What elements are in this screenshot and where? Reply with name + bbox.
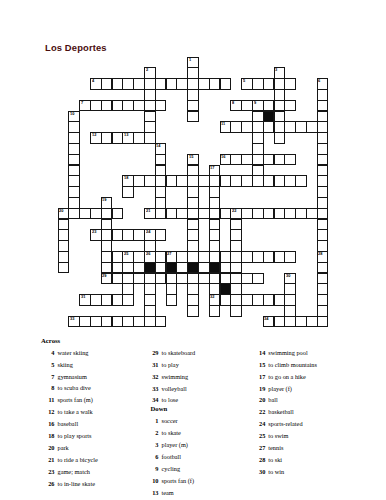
clue-text: basketball bbox=[268, 408, 294, 415]
clue-text: to play bbox=[162, 361, 179, 368]
clue-number: 16 bbox=[41, 420, 58, 429]
clue-number: 33 bbox=[148, 385, 162, 394]
puzzle-title: Los Deportes bbox=[45, 42, 107, 53]
clue-line: 31to play bbox=[148, 358, 195, 370]
cell-number: 9 bbox=[254, 101, 256, 105]
clue-line: 16baseball bbox=[41, 417, 98, 429]
grid-cell bbox=[122, 294, 134, 306]
clue-number: 1 bbox=[148, 417, 162, 426]
grid-cell bbox=[155, 316, 167, 328]
clue-text: to ride a bicycle bbox=[58, 456, 98, 463]
grid-cell bbox=[58, 262, 70, 274]
clue-line: 11sports fan (m) bbox=[41, 393, 98, 405]
cell-number: 2 bbox=[146, 68, 148, 72]
cell-number: 11 bbox=[221, 122, 225, 126]
clue-line: 20ball bbox=[255, 393, 317, 405]
clue-text: to climb mountains bbox=[268, 361, 317, 368]
grid-cell bbox=[284, 154, 296, 166]
cell-number: 16 bbox=[221, 155, 225, 159]
clue-number: 31 bbox=[148, 361, 162, 370]
clue-number: 25 bbox=[255, 432, 269, 441]
clue-number: 28 bbox=[255, 456, 269, 465]
clue-number: 24 bbox=[255, 420, 269, 429]
clue-number: 3 bbox=[148, 441, 162, 450]
clue-text: swimming bbox=[162, 373, 189, 380]
cell-number: 8 bbox=[232, 101, 234, 105]
clue-line: 23game; match bbox=[41, 465, 98, 477]
cell-number: 1 bbox=[189, 58, 191, 62]
grid-cell bbox=[317, 316, 329, 328]
clue-line: 9cycling bbox=[148, 462, 195, 474]
cell-number: 20 bbox=[59, 209, 63, 213]
clue-number: 18 bbox=[41, 432, 58, 441]
down-clue-list-continued: 14swimming pool15to climb mountains17to … bbox=[255, 346, 317, 478]
worksheet-page: Los Deportes 123456789101112131415161718… bbox=[0, 0, 386, 500]
clue-line: 12to take a walk bbox=[41, 405, 98, 417]
clue-text: to win bbox=[268, 468, 284, 475]
clue-number: 23 bbox=[41, 468, 58, 477]
cell-number: 21 bbox=[146, 209, 150, 213]
cell-number: 5 bbox=[243, 79, 245, 83]
grid-cell bbox=[155, 229, 167, 241]
clue-text: to go on a hike bbox=[268, 373, 305, 380]
clue-line: 28to ski bbox=[255, 453, 317, 465]
clue-line: 25to swim bbox=[255, 429, 317, 441]
clue-column-down-continued: 14swimming pool15to climb mountains17to … bbox=[255, 346, 317, 478]
clue-text: swimming pool bbox=[268, 349, 307, 356]
clue-text: tennis bbox=[268, 444, 283, 451]
clue-text: sports fan (m) bbox=[58, 396, 93, 403]
cell-number: 22 bbox=[232, 209, 236, 213]
clue-number: 32 bbox=[148, 373, 162, 382]
clue-number: 30 bbox=[255, 468, 269, 477]
clue-line: 3player (m) bbox=[148, 438, 195, 450]
cell-number: 10 bbox=[70, 112, 74, 116]
clue-number: 29 bbox=[148, 349, 162, 358]
clue-number: 9 bbox=[148, 465, 162, 474]
clue-text: ball bbox=[268, 396, 277, 403]
grid-cell bbox=[155, 100, 167, 112]
across-clue-list: 4water skiing5skiing7gymnasium8to scuba … bbox=[41, 346, 98, 490]
clue-text: park bbox=[58, 444, 69, 451]
grid-cell bbox=[112, 208, 124, 220]
clue-line: 13team bbox=[148, 486, 195, 498]
cell-number: 34 bbox=[264, 317, 268, 321]
clue-line: 18to play sports bbox=[41, 429, 98, 441]
cell-number: 33 bbox=[70, 317, 74, 321]
clue-line: 8to scuba dive bbox=[41, 381, 98, 393]
clue-text: to skateboard bbox=[162, 349, 196, 356]
clue-number: 11 bbox=[41, 396, 58, 405]
clue-number: 19 bbox=[255, 385, 269, 394]
cell-number: 23 bbox=[92, 230, 96, 234]
clue-text: baseball bbox=[58, 420, 79, 427]
clue-column-across: Across 4water skiing5skiing7gymnasium8to… bbox=[41, 337, 98, 490]
clue-number: 2 bbox=[148, 429, 162, 438]
clue-line: 10sports fan (f) bbox=[148, 474, 195, 486]
grid-cell bbox=[230, 305, 242, 317]
cell-number: 12 bbox=[92, 133, 96, 137]
clue-text: game; match bbox=[58, 468, 90, 475]
clue-text: water skiing bbox=[58, 349, 89, 356]
clue-text: sports-related bbox=[268, 420, 302, 427]
clue-number: 27 bbox=[255, 444, 269, 453]
clue-text: player (f) bbox=[268, 385, 292, 392]
clue-line: 32swimming bbox=[148, 370, 195, 382]
clue-number: 5 bbox=[41, 361, 58, 370]
grid-cell bbox=[122, 186, 134, 198]
grid-cell bbox=[284, 78, 296, 90]
cell-number: 7 bbox=[81, 101, 83, 105]
clue-text: cycling bbox=[162, 465, 181, 472]
cell-number: 3 bbox=[275, 68, 277, 72]
clue-line: 34to lose bbox=[148, 393, 195, 405]
clue-number: 6 bbox=[148, 453, 162, 462]
clue-text: to skate bbox=[162, 429, 181, 436]
cell-number: 28 bbox=[318, 252, 322, 256]
clue-text: soccer bbox=[162, 417, 178, 424]
clue-line: 27tennis bbox=[255, 441, 317, 453]
cell-number: 18 bbox=[124, 176, 128, 180]
clue-text: to play sports bbox=[58, 432, 92, 439]
clue-text: football bbox=[162, 453, 182, 460]
grid-cell bbox=[209, 305, 221, 317]
grid-cell bbox=[252, 273, 264, 285]
clue-line: 20park bbox=[41, 441, 98, 453]
clue-line: 30to win bbox=[255, 465, 317, 477]
grid-cell bbox=[187, 305, 199, 317]
clue-text: to ski bbox=[268, 456, 282, 463]
clue-line: 1soccer bbox=[148, 414, 195, 426]
cell-number: 14 bbox=[156, 144, 160, 148]
clue-line: 15to climb mountains bbox=[255, 358, 317, 370]
clue-number: 15 bbox=[255, 361, 269, 370]
clue-line: 4water skiing bbox=[41, 346, 98, 358]
clue-text: volleyball bbox=[162, 385, 187, 392]
clue-text: to scuba dive bbox=[58, 384, 91, 391]
cell-number: 27 bbox=[167, 252, 171, 256]
clue-text: to swim bbox=[268, 432, 288, 439]
clue-line: 17to go on a hike bbox=[255, 370, 317, 382]
clue-line: 19player (f) bbox=[255, 382, 317, 394]
clue-number: 12 bbox=[41, 408, 58, 417]
clue-number: 7 bbox=[41, 373, 58, 382]
clue-number: 34 bbox=[148, 396, 162, 405]
cell-number: 19 bbox=[102, 198, 106, 202]
clue-text: team bbox=[162, 489, 174, 496]
clue-line: 24sports-related bbox=[255, 417, 317, 429]
clue-line: 14swimming pool bbox=[255, 346, 317, 358]
cell-number: 6 bbox=[318, 79, 320, 83]
clue-line: 7gymnasium bbox=[41, 370, 98, 382]
clue-column-middle: 29to skateboard31to play32swimming33voll… bbox=[148, 346, 195, 499]
clue-number: 26 bbox=[41, 480, 58, 489]
clue-text: skiing bbox=[58, 361, 73, 368]
clue-number: 4 bbox=[41, 349, 58, 358]
cell-number: 30 bbox=[286, 274, 290, 278]
cell-number: 31 bbox=[81, 295, 85, 299]
across-clue-list-continued: 29to skateboard31to play32swimming33voll… bbox=[148, 346, 195, 406]
cell-number: 4 bbox=[92, 79, 94, 83]
clue-text: sports fan (f) bbox=[162, 477, 195, 484]
down-clue-list: 1soccer2to skate3player (m)6football9cyc… bbox=[148, 414, 195, 498]
clue-number: 22 bbox=[255, 408, 269, 417]
clue-line: 33volleyball bbox=[148, 382, 195, 394]
clue-text: to lose bbox=[162, 396, 179, 403]
grid-cell bbox=[166, 294, 178, 306]
cell-number: 32 bbox=[210, 295, 214, 299]
clue-number: 20 bbox=[41, 444, 58, 453]
clue-number: 20 bbox=[255, 396, 269, 405]
grid-cell bbox=[220, 78, 232, 90]
grid-cell bbox=[295, 175, 307, 187]
clue-number: 21 bbox=[41, 456, 58, 465]
clue-text: to in-line skate bbox=[58, 480, 95, 487]
across-header: Across bbox=[41, 337, 98, 346]
grid-cell bbox=[274, 132, 286, 144]
grid-cell bbox=[187, 111, 199, 123]
clue-line: 21to ride a bicycle bbox=[41, 453, 98, 465]
clue-line: 5skiing bbox=[41, 358, 98, 370]
clue-number: 13 bbox=[148, 489, 162, 498]
cell-number: 13 bbox=[124, 133, 128, 137]
clue-line: 26to in-line skate bbox=[41, 477, 98, 489]
cell-number: 15 bbox=[189, 155, 193, 159]
clue-number: 17 bbox=[255, 373, 269, 382]
clue-number: 10 bbox=[148, 477, 162, 486]
grid-cell bbox=[284, 251, 296, 263]
clue-number: 14 bbox=[255, 349, 269, 358]
clue-text: player (m) bbox=[162, 441, 188, 448]
clue-line: 2to skate bbox=[148, 426, 195, 438]
cell-number: 29 bbox=[102, 274, 106, 278]
cell-number: 24 bbox=[146, 230, 150, 234]
clue-text: gymnasium bbox=[58, 373, 87, 380]
clue-text: to take a walk bbox=[58, 408, 93, 415]
clue-line: 29to skateboard bbox=[148, 346, 195, 358]
clue-line: 22basketball bbox=[255, 405, 317, 417]
down-header: Down bbox=[148, 405, 195, 414]
cell-number: 17 bbox=[210, 166, 214, 170]
cell-number: 26 bbox=[146, 252, 150, 256]
grid-cell bbox=[284, 100, 296, 112]
cell-number: 25 bbox=[124, 252, 128, 256]
clue-number: 8 bbox=[41, 384, 58, 393]
clue-line: 6football bbox=[148, 450, 195, 462]
